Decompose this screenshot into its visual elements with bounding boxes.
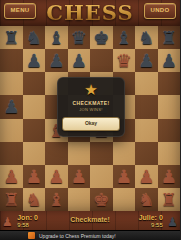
ad-app-icon — [28, 232, 35, 239]
square-a6[interactable] — [0, 72, 23, 95]
red-rook-piece: ♜ — [0, 188, 23, 211]
square-h7[interactable]: ♟ — [158, 49, 181, 72]
square-d3[interactable] — [68, 142, 91, 165]
player-left-clock: 9:58 — [17, 222, 38, 228]
square-d7[interactable]: ♟ — [68, 49, 91, 72]
red-pawn-piece: ♟ — [23, 165, 46, 188]
square-d2[interactable]: ♟ — [68, 165, 91, 188]
square-g5[interactable] — [135, 95, 158, 118]
square-a5[interactable]: ♟ — [0, 95, 23, 118]
black-king-piece: ♚ — [90, 26, 113, 49]
square-e3[interactable] — [90, 142, 113, 165]
square-g6[interactable] — [135, 72, 158, 95]
black-pawn-piece: ♟ — [158, 49, 181, 72]
square-h1[interactable]: ♜ — [158, 188, 181, 211]
square-a7[interactable] — [0, 49, 23, 72]
square-f8[interactable]: ♝ — [113, 26, 136, 49]
black-pawn-piece: ♟ — [23, 49, 46, 72]
square-e7[interactable] — [90, 49, 113, 72]
square-a2[interactable]: ♟ — [0, 165, 23, 188]
square-h6[interactable] — [158, 72, 181, 95]
checkmate-dialog: ★ CHECKMATE! JON WINS! Okay — [57, 77, 125, 137]
black-pawn-piece: ♟ — [0, 95, 23, 118]
square-a4[interactable] — [0, 119, 23, 142]
square-b5[interactable] — [23, 95, 46, 118]
red-knight-piece: ♞ — [23, 188, 46, 211]
square-a8[interactable]: ♜ — [0, 26, 23, 49]
square-e2[interactable] — [90, 165, 113, 188]
black-pawn-avatar-icon: ♟ — [167, 213, 178, 231]
square-c3[interactable] — [45, 142, 68, 165]
black-knight-piece: ♞ — [23, 26, 46, 49]
player-left-name-score: Jon: 0 — [17, 214, 38, 221]
square-c8[interactable]: ♝ — [45, 26, 68, 49]
square-b1[interactable]: ♞ — [23, 188, 46, 211]
red-queen-piece: ♛ — [113, 49, 136, 72]
black-queen-piece: ♛ — [68, 26, 91, 49]
square-f7[interactable]: ♛ — [113, 49, 136, 72]
black-rook-piece: ♜ — [0, 26, 23, 49]
undo-button[interactable]: UNDO — [144, 3, 176, 19]
square-g3[interactable] — [135, 142, 158, 165]
top-bar: CHESS MENU UNDO — [0, 0, 180, 26]
square-c7[interactable]: ♟ — [45, 49, 68, 72]
square-g4[interactable] — [135, 119, 158, 142]
red-pawn-piece: ♟ — [113, 165, 136, 188]
black-pawn-piece: ♟ — [135, 49, 158, 72]
chess-app-screen: CHESS MENU UNDO ♜♞♝♛♚♝♞♜♟♟♟♛♟♟♟♟♝♟♟♟♟♟♟♟… — [0, 0, 180, 240]
red-pawn-piece: ♟ — [158, 165, 181, 188]
dialog-subtitle: JON WINS! — [58, 107, 124, 112]
black-bishop-piece: ♝ — [45, 26, 68, 49]
red-pawn-piece: ♟ — [135, 165, 158, 188]
square-g1[interactable]: ♞ — [135, 188, 158, 211]
red-pawn-piece: ♟ — [0, 165, 23, 188]
square-a1[interactable]: ♜ — [0, 188, 23, 211]
square-g2[interactable]: ♟ — [135, 165, 158, 188]
square-b7[interactable]: ♟ — [23, 49, 46, 72]
black-pawn-piece: ♟ — [68, 49, 91, 72]
red-pawn-piece: ♟ — [45, 165, 68, 188]
dialog-okay-button[interactable]: Okay — [62, 117, 120, 131]
square-f3[interactable] — [113, 142, 136, 165]
status-bar: Checkmate! ♟ Jon: 0 9:58 Julie: 0 9:55 ♟… — [0, 211, 180, 240]
black-knight-piece: ♞ — [135, 26, 158, 49]
square-c2[interactable]: ♟ — [45, 165, 68, 188]
square-h4[interactable] — [158, 119, 181, 142]
square-h2[interactable]: ♟ — [158, 165, 181, 188]
red-pawn-piece: ♟ — [68, 165, 91, 188]
red-bishop-piece: ♝ — [45, 188, 68, 211]
square-h3[interactable] — [158, 142, 181, 165]
red-king-piece: ♚ — [90, 188, 113, 211]
menu-button[interactable]: MENU — [4, 3, 36, 19]
square-d1[interactable] — [68, 188, 91, 211]
red-knight-piece: ♞ — [135, 188, 158, 211]
square-g8[interactable]: ♞ — [135, 26, 158, 49]
player-right-clock: 9:55 — [139, 222, 163, 228]
black-pawn-piece: ♟ — [45, 49, 68, 72]
square-d8[interactable]: ♛ — [68, 26, 91, 49]
player-right-name-score: Julie: 0 — [139, 214, 163, 221]
square-g7[interactable]: ♟ — [135, 49, 158, 72]
square-e1[interactable]: ♚ — [90, 188, 113, 211]
star-icon: ★ — [58, 82, 124, 98]
square-f1[interactable] — [113, 188, 136, 211]
red-pawn-avatar-icon: ♟ — [2, 213, 13, 231]
red-rook-piece: ♜ — [158, 188, 181, 211]
square-h5[interactable] — [158, 95, 181, 118]
ad-banner[interactable]: Upgrade to Chess Premium today! — [0, 230, 180, 240]
square-b4[interactable] — [23, 119, 46, 142]
square-b6[interactable] — [23, 72, 46, 95]
square-a3[interactable] — [0, 142, 23, 165]
square-c1[interactable]: ♝ — [45, 188, 68, 211]
dialog-title: CHECKMATE! — [58, 100, 124, 106]
black-rook-piece: ♜ — [158, 26, 181, 49]
square-b8[interactable]: ♞ — [23, 26, 46, 49]
ad-text: Upgrade to Chess Premium today! — [39, 233, 116, 239]
square-h8[interactable]: ♜ — [158, 26, 181, 49]
black-bishop-piece: ♝ — [113, 26, 136, 49]
square-e8[interactable]: ♚ — [90, 26, 113, 49]
square-b2[interactable]: ♟ — [23, 165, 46, 188]
square-b3[interactable] — [23, 142, 46, 165]
square-f2[interactable]: ♟ — [113, 165, 136, 188]
